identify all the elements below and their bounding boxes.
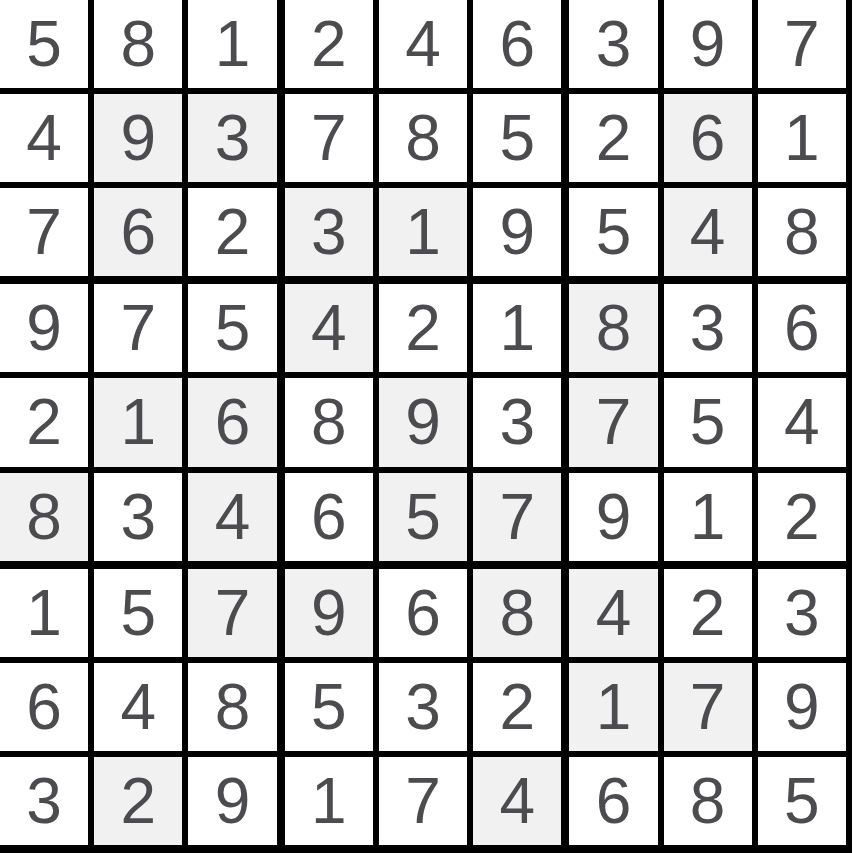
box-7: 157648329 xyxy=(0,569,277,845)
cell-r9c7[interactable]: 6 xyxy=(569,757,657,845)
cell-r3c1[interactable]: 7 xyxy=(0,188,88,276)
cell-r6c1[interactable]: 8 xyxy=(0,473,88,561)
box-4: 975216834 xyxy=(0,284,277,560)
cell-r8c1[interactable]: 6 xyxy=(0,663,88,751)
cell-r6c8[interactable]: 1 xyxy=(664,473,752,561)
cell-r3c5[interactable]: 1 xyxy=(379,188,467,276)
cell-r2c3[interactable]: 3 xyxy=(188,94,276,182)
box-3: 397261548 xyxy=(569,0,846,276)
cell-r4c3[interactable]: 5 xyxy=(188,284,276,372)
cell-r2c2[interactable]: 9 xyxy=(94,94,182,182)
cell-r3c7[interactable]: 5 xyxy=(569,188,657,276)
cell-r5c8[interactable]: 5 xyxy=(664,378,752,466)
sudoku-board: 5814937622467853193972615489752168344218… xyxy=(0,0,852,853)
cell-r5c2[interactable]: 1 xyxy=(94,378,182,466)
cell-r1c4[interactable]: 2 xyxy=(285,0,373,88)
cell-r8c8[interactable]: 7 xyxy=(664,663,752,751)
cell-r7c9[interactable]: 3 xyxy=(758,569,846,657)
box-2: 246785319 xyxy=(285,0,562,276)
cell-r3c2[interactable]: 6 xyxy=(94,188,182,276)
cell-r7c1[interactable]: 1 xyxy=(0,569,88,657)
cell-r4c4[interactable]: 4 xyxy=(285,284,373,372)
cell-r5c9[interactable]: 4 xyxy=(758,378,846,466)
cell-r6c4[interactable]: 6 xyxy=(285,473,373,561)
cell-r1c3[interactable]: 1 xyxy=(188,0,276,88)
cell-r7c6[interactable]: 8 xyxy=(473,569,561,657)
cell-r9c4[interactable]: 1 xyxy=(285,757,373,845)
cell-r3c4[interactable]: 3 xyxy=(285,188,373,276)
cell-r1c8[interactable]: 9 xyxy=(664,0,752,88)
cell-r2c8[interactable]: 6 xyxy=(664,94,752,182)
cell-r7c8[interactable]: 2 xyxy=(664,569,752,657)
cell-r6c2[interactable]: 3 xyxy=(94,473,182,561)
cell-r9c2[interactable]: 2 xyxy=(94,757,182,845)
cell-r8c5[interactable]: 3 xyxy=(379,663,467,751)
cell-r2c5[interactable]: 8 xyxy=(379,94,467,182)
cell-r6c9[interactable]: 2 xyxy=(758,473,846,561)
cell-r7c4[interactable]: 9 xyxy=(285,569,373,657)
cell-r1c1[interactable]: 5 xyxy=(0,0,88,88)
cell-r5c5[interactable]: 9 xyxy=(379,378,467,466)
cell-r5c6[interactable]: 3 xyxy=(473,378,561,466)
cell-r4c5[interactable]: 2 xyxy=(379,284,467,372)
cell-r6c5[interactable]: 5 xyxy=(379,473,467,561)
cell-r8c7[interactable]: 1 xyxy=(569,663,657,751)
cell-r3c8[interactable]: 4 xyxy=(664,188,752,276)
cell-r3c3[interactable]: 2 xyxy=(188,188,276,276)
box-9: 423179685 xyxy=(569,569,846,845)
cell-r7c3[interactable]: 7 xyxy=(188,569,276,657)
cell-r2c6[interactable]: 5 xyxy=(473,94,561,182)
cell-r5c4[interactable]: 8 xyxy=(285,378,373,466)
cell-r5c7[interactable]: 7 xyxy=(569,378,657,466)
cell-r4c9[interactable]: 6 xyxy=(758,284,846,372)
cell-r1c7[interactable]: 3 xyxy=(569,0,657,88)
box-1: 581493762 xyxy=(0,0,277,276)
cell-r9c1[interactable]: 3 xyxy=(0,757,88,845)
cell-r3c9[interactable]: 8 xyxy=(758,188,846,276)
cell-r1c2[interactable]: 8 xyxy=(94,0,182,88)
cell-r7c2[interactable]: 5 xyxy=(94,569,182,657)
cell-r1c5[interactable]: 4 xyxy=(379,0,467,88)
cell-r6c3[interactable]: 4 xyxy=(188,473,276,561)
box-6: 836754912 xyxy=(569,284,846,560)
cell-r4c7[interactable]: 8 xyxy=(569,284,657,372)
cell-r8c3[interactable]: 8 xyxy=(188,663,276,751)
cell-r2c4[interactable]: 7 xyxy=(285,94,373,182)
cell-r6c7[interactable]: 9 xyxy=(569,473,657,561)
cell-r9c3[interactable]: 9 xyxy=(188,757,276,845)
cell-r2c7[interactable]: 2 xyxy=(569,94,657,182)
cell-r5c3[interactable]: 6 xyxy=(188,378,276,466)
cell-r4c1[interactable]: 9 xyxy=(0,284,88,372)
cell-r7c7[interactable]: 4 xyxy=(569,569,657,657)
cell-r9c5[interactable]: 7 xyxy=(379,757,467,845)
cell-r8c2[interactable]: 4 xyxy=(94,663,182,751)
cell-r4c6[interactable]: 1 xyxy=(473,284,561,372)
box-8: 968532174 xyxy=(285,569,562,845)
cell-r1c9[interactable]: 7 xyxy=(758,0,846,88)
cell-r2c1[interactable]: 4 xyxy=(0,94,88,182)
cell-r6c6[interactable]: 7 xyxy=(473,473,561,561)
cell-r1c6[interactable]: 6 xyxy=(473,0,561,88)
cell-r8c6[interactable]: 2 xyxy=(473,663,561,751)
cell-r2c9[interactable]: 1 xyxy=(758,94,846,182)
cell-r8c9[interactable]: 9 xyxy=(758,663,846,751)
cell-r8c4[interactable]: 5 xyxy=(285,663,373,751)
cell-r5c1[interactable]: 2 xyxy=(0,378,88,466)
cell-r9c9[interactable]: 5 xyxy=(758,757,846,845)
cell-r7c5[interactable]: 6 xyxy=(379,569,467,657)
box-5: 421893657 xyxy=(285,284,562,560)
cell-r4c2[interactable]: 7 xyxy=(94,284,182,372)
cell-r9c8[interactable]: 8 xyxy=(664,757,752,845)
cell-r3c6[interactable]: 9 xyxy=(473,188,561,276)
cell-r9c6[interactable]: 4 xyxy=(473,757,561,845)
cell-r4c8[interactable]: 3 xyxy=(664,284,752,372)
